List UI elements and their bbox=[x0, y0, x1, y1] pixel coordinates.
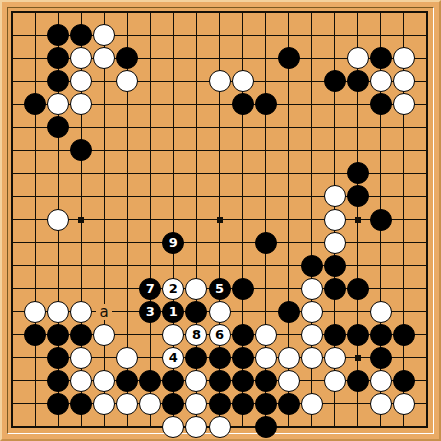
black-stone bbox=[255, 416, 277, 438]
white-stone bbox=[93, 393, 115, 415]
numbered-stone-1-black-stone: 1 bbox=[162, 301, 184, 323]
numbered-stone-5-black-stone: 5 bbox=[209, 278, 231, 300]
white-stone bbox=[232, 70, 254, 92]
black-stone bbox=[232, 278, 254, 300]
black-stone bbox=[324, 70, 346, 92]
black-stone bbox=[255, 232, 277, 254]
hoshi-point bbox=[355, 217, 361, 223]
black-stone bbox=[370, 209, 392, 231]
black-stone bbox=[393, 370, 415, 392]
black-stone bbox=[47, 324, 69, 346]
white-stone bbox=[324, 347, 346, 369]
black-stone bbox=[278, 301, 300, 323]
white-stone bbox=[301, 301, 323, 323]
black-stone bbox=[47, 370, 69, 392]
white-stone bbox=[209, 301, 231, 323]
black-stone bbox=[209, 370, 231, 392]
grid-line-h bbox=[11, 242, 428, 243]
numbered-stone-7-black-stone: 7 bbox=[139, 278, 161, 300]
white-stone bbox=[116, 347, 138, 369]
black-stone bbox=[232, 370, 254, 392]
white-stone bbox=[301, 324, 323, 346]
black-stone bbox=[255, 393, 277, 415]
black-stone bbox=[24, 324, 46, 346]
black-stone bbox=[347, 70, 369, 92]
white-stone bbox=[278, 370, 300, 392]
white-stone bbox=[255, 347, 277, 369]
black-stone bbox=[47, 393, 69, 415]
numbered-stone-6-white-stone: 6 bbox=[209, 324, 231, 346]
board-label-a: a bbox=[96, 304, 112, 320]
white-stone bbox=[93, 370, 115, 392]
black-stone bbox=[47, 24, 69, 46]
hoshi-point bbox=[355, 355, 361, 361]
white-stone bbox=[301, 393, 323, 415]
black-stone bbox=[324, 255, 346, 277]
white-stone bbox=[278, 347, 300, 369]
white-stone bbox=[47, 209, 69, 231]
black-stone bbox=[47, 347, 69, 369]
black-stone bbox=[255, 93, 277, 115]
black-stone bbox=[393, 324, 415, 346]
black-stone bbox=[278, 47, 300, 69]
black-stone bbox=[370, 324, 392, 346]
black-stone bbox=[232, 324, 254, 346]
white-stone bbox=[370, 393, 392, 415]
hoshi-point bbox=[217, 217, 223, 223]
white-stone bbox=[301, 278, 323, 300]
white-stone bbox=[162, 324, 184, 346]
white-stone bbox=[70, 347, 92, 369]
black-stone bbox=[70, 324, 92, 346]
white-stone bbox=[70, 301, 92, 323]
white-stone bbox=[70, 370, 92, 392]
black-stone bbox=[370, 347, 392, 369]
grid-line-h bbox=[11, 265, 428, 266]
black-stone bbox=[347, 278, 369, 300]
numbered-stone-9-black-stone: 9 bbox=[162, 232, 184, 254]
white-stone bbox=[209, 70, 231, 92]
white-stone bbox=[324, 232, 346, 254]
black-stone bbox=[347, 324, 369, 346]
black-stone bbox=[116, 370, 138, 392]
white-stone bbox=[370, 70, 392, 92]
white-stone bbox=[47, 301, 69, 323]
black-stone bbox=[232, 393, 254, 415]
hoshi-point bbox=[78, 217, 84, 223]
white-stone bbox=[393, 47, 415, 69]
black-stone bbox=[209, 347, 231, 369]
black-stone bbox=[232, 347, 254, 369]
numbered-stone-3-black-stone: 3 bbox=[139, 301, 161, 323]
black-stone bbox=[347, 370, 369, 392]
white-stone bbox=[93, 324, 115, 346]
white-stone bbox=[301, 347, 323, 369]
black-stone bbox=[209, 393, 231, 415]
white-stone bbox=[370, 301, 392, 323]
white-stone bbox=[393, 93, 415, 115]
black-stone bbox=[185, 301, 207, 323]
black-stone bbox=[324, 324, 346, 346]
black-stone bbox=[255, 370, 277, 392]
white-stone bbox=[209, 416, 231, 438]
white-stone bbox=[324, 370, 346, 392]
go-diagram: 972531864a bbox=[0, 0, 441, 441]
white-stone bbox=[370, 370, 392, 392]
black-stone bbox=[278, 393, 300, 415]
numbered-stone-2-white-stone: 2 bbox=[162, 278, 184, 300]
white-stone bbox=[393, 393, 415, 415]
black-stone bbox=[324, 278, 346, 300]
black-stone bbox=[70, 393, 92, 415]
black-stone bbox=[370, 93, 392, 115]
white-stone bbox=[324, 209, 346, 231]
white-stone bbox=[393, 70, 415, 92]
black-stone bbox=[301, 255, 323, 277]
black-stone bbox=[370, 47, 392, 69]
white-stone bbox=[347, 47, 369, 69]
white-stone bbox=[255, 324, 277, 346]
white-stone bbox=[24, 301, 46, 323]
black-stone bbox=[232, 93, 254, 115]
white-stone bbox=[185, 278, 207, 300]
grid-line-v bbox=[426, 11, 428, 428]
